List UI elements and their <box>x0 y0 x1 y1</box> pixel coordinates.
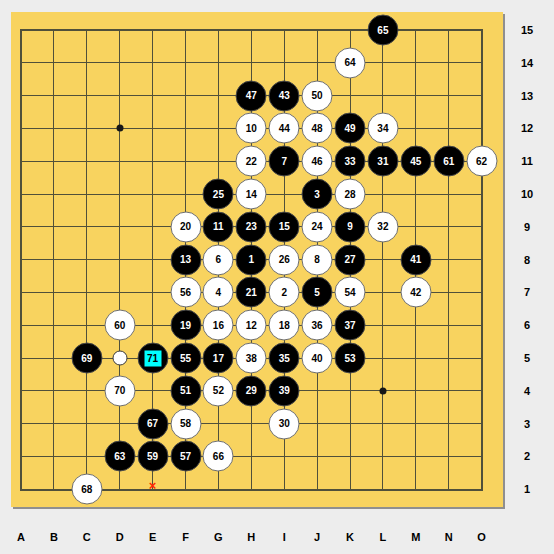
stone-white-g8[interactable]: 6 <box>203 244 234 275</box>
stone-white-i3[interactable]: 30 <box>269 408 300 439</box>
stone-white-c1[interactable]: 68 <box>71 474 102 505</box>
stone-white-m7[interactable]: 42 <box>400 277 431 308</box>
column-label-o: O <box>477 531 486 543</box>
stone-black-k9[interactable]: 9 <box>335 211 366 242</box>
stone-black-h7[interactable]: 21 <box>236 277 267 308</box>
stone-white-i6[interactable]: 18 <box>269 310 300 341</box>
column-label-a: A <box>17 531 25 543</box>
column-label-i: I <box>283 531 286 543</box>
stone-black-h8[interactable]: 1 <box>236 244 267 275</box>
stone-black-j10[interactable]: 3 <box>302 179 333 210</box>
stone-white-d6[interactable]: 60 <box>104 310 135 341</box>
row-label-14: 14 <box>521 57 533 69</box>
stone-black-d2[interactable]: 63 <box>104 441 135 472</box>
stone-black-n11[interactable]: 61 <box>433 146 464 177</box>
stone-white-f7[interactable]: 56 <box>170 277 201 308</box>
row-label-10: 10 <box>521 188 533 200</box>
stone-white-j6[interactable]: 36 <box>302 310 333 341</box>
column-label-n: N <box>445 531 453 543</box>
column-label-k: K <box>346 531 354 543</box>
row-label-4: 4 <box>524 385 530 397</box>
row-label-13: 13 <box>521 90 533 102</box>
row-label-6: 6 <box>524 319 530 331</box>
stone-black-h4[interactable]: 29 <box>236 375 267 406</box>
stone-black-i9[interactable]: 15 <box>269 211 300 242</box>
stone-black-c5[interactable]: 69 <box>71 343 102 374</box>
stone-white-j12[interactable]: 48 <box>302 113 333 144</box>
column-label-d: D <box>116 531 124 543</box>
stone-white-k14[interactable]: 64 <box>335 47 366 78</box>
stone-black-m8[interactable]: 41 <box>400 244 431 275</box>
stone-white-j11[interactable]: 46 <box>302 146 333 177</box>
stone-black-l15[interactable]: 65 <box>367 15 398 46</box>
stone-black-e3[interactable]: 67 <box>137 408 168 439</box>
column-label-c: C <box>83 531 91 543</box>
column-label-l: L <box>380 531 387 543</box>
column-label-e: E <box>149 531 156 543</box>
row-label-2: 2 <box>524 450 530 462</box>
last-move-highlight: 71 <box>144 350 161 366</box>
stone-white-l9[interactable]: 32 <box>367 211 398 242</box>
stone-black-k12[interactable]: 49 <box>335 113 366 144</box>
stone-white-g6[interactable]: 16 <box>203 310 234 341</box>
stone-white-f3[interactable]: 58 <box>170 408 201 439</box>
stone-black-k8[interactable]: 27 <box>335 244 366 275</box>
row-label-1: 1 <box>524 483 530 495</box>
row-label-8: 8 <box>524 254 530 266</box>
stone-black-k6[interactable]: 37 <box>335 310 366 341</box>
stone-white-j5[interactable]: 40 <box>302 343 333 374</box>
stone-white-j9[interactable]: 24 <box>302 211 333 242</box>
stone-white-g2[interactable]: 66 <box>203 441 234 472</box>
stone-white-h6[interactable]: 12 <box>236 310 267 341</box>
small-white-circle-marker <box>112 351 127 366</box>
column-label-g: G <box>214 531 223 543</box>
stone-white-o11[interactable]: 62 <box>466 146 497 177</box>
column-label-b: B <box>50 531 58 543</box>
column-label-f: F <box>182 531 189 543</box>
stone-black-j7[interactable]: 5 <box>302 277 333 308</box>
stone-black-i5[interactable]: 35 <box>269 343 300 374</box>
stone-white-d4[interactable]: 70 <box>104 375 135 406</box>
stone-black-h9[interactable]: 23 <box>236 211 267 242</box>
stone-white-k7[interactable]: 54 <box>335 277 366 308</box>
stone-white-h12[interactable]: 10 <box>236 113 267 144</box>
stone-white-f9[interactable]: 20 <box>170 211 201 242</box>
row-label-12: 12 <box>521 122 533 134</box>
red-cross-marker: × <box>149 479 157 492</box>
stone-black-e5[interactable]: 71 <box>137 343 168 374</box>
row-label-11: 11 <box>521 155 533 167</box>
stone-black-g5[interactable]: 17 <box>203 343 234 374</box>
column-label-h: H <box>247 531 255 543</box>
column-label-j: J <box>314 531 320 543</box>
row-label-15: 15 <box>521 24 533 36</box>
star-point-d12 <box>116 125 123 132</box>
stone-black-f6[interactable]: 19 <box>170 310 201 341</box>
stone-black-l11[interactable]: 31 <box>367 146 398 177</box>
stone-white-h5[interactable]: 38 <box>236 343 267 374</box>
stone-black-k11[interactable]: 33 <box>335 146 366 177</box>
row-label-7: 7 <box>524 286 530 298</box>
stone-black-g9[interactable]: 11 <box>203 211 234 242</box>
row-label-5: 5 <box>524 352 530 364</box>
stone-white-g7[interactable]: 4 <box>203 277 234 308</box>
goban[interactable]: 1234567891011121314151617181920212223242… <box>11 12 503 507</box>
stone-black-e2[interactable]: 59 <box>137 441 168 472</box>
stone-white-g4[interactable]: 52 <box>203 375 234 406</box>
stone-black-f5[interactable]: 55 <box>170 343 201 374</box>
stone-white-i7[interactable]: 2 <box>269 277 300 308</box>
stone-black-i11[interactable]: 7 <box>269 146 300 177</box>
column-label-m: M <box>411 531 420 543</box>
stone-white-i12[interactable]: 44 <box>269 113 300 144</box>
stone-white-j8[interactable]: 8 <box>302 244 333 275</box>
star-point-l4 <box>379 387 386 394</box>
stone-black-h13[interactable]: 47 <box>236 80 267 111</box>
stone-black-f2[interactable]: 57 <box>170 441 201 472</box>
stone-white-h11[interactable]: 22 <box>236 146 267 177</box>
stone-white-j13[interactable]: 50 <box>302 80 333 111</box>
stone-black-k5[interactable]: 53 <box>335 343 366 374</box>
stone-black-g10[interactable]: 25 <box>203 179 234 210</box>
stone-black-i13[interactable]: 43 <box>269 80 300 111</box>
stone-black-i4[interactable]: 39 <box>269 375 300 406</box>
stone-black-f8[interactable]: 13 <box>170 244 201 275</box>
row-label-9: 9 <box>524 221 530 233</box>
stone-white-h10[interactable]: 14 <box>236 179 267 210</box>
row-label-3: 3 <box>524 418 530 430</box>
stone-black-f4[interactable]: 51 <box>170 375 201 406</box>
stone-white-l12[interactable]: 34 <box>367 113 398 144</box>
renju-board-view: 1234567891011121314151617181920212223242… <box>0 0 554 554</box>
stone-black-m11[interactable]: 45 <box>400 146 431 177</box>
stone-white-k10[interactable]: 28 <box>335 179 366 210</box>
stone-white-i8[interactable]: 26 <box>269 244 300 275</box>
